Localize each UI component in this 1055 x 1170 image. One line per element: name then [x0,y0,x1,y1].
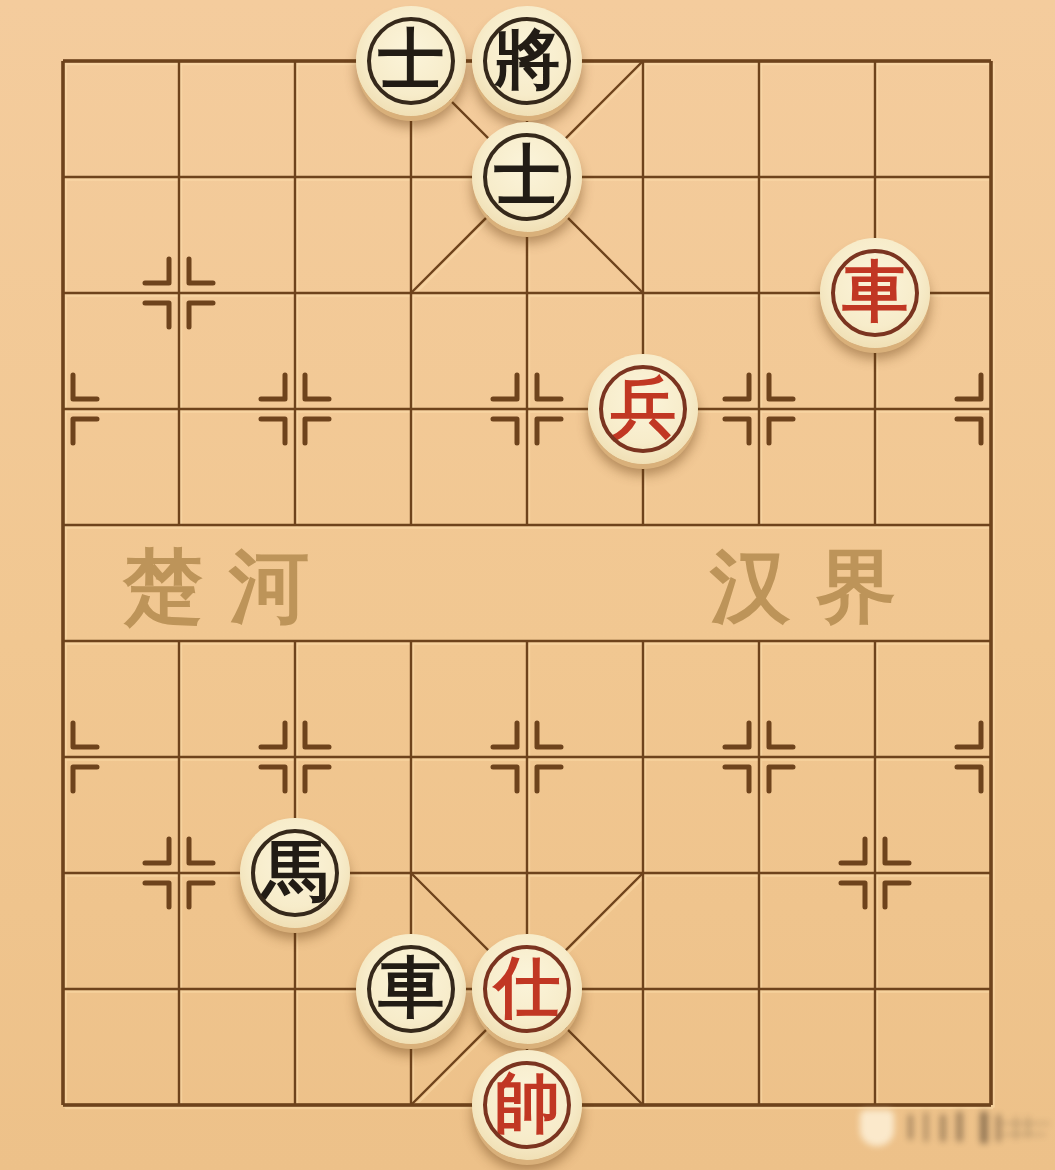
piece-black-horse[interactable]: 馬 [240,818,350,928]
piece-glyph: 將 [494,26,560,97]
piece-glyph: 車 [378,954,444,1025]
piece-glyph: 馬 [262,838,328,909]
piece-red-advisor[interactable]: 仕 [472,934,582,1044]
piece-glyph: 士 [378,26,444,97]
piece-red-general[interactable]: 帥 [472,1050,582,1160]
xiangqi-app: 楚河汉界 士將士車兵馬車仕帥 [0,0,1055,1170]
piece-glyph: 兵 [610,374,676,445]
piece-red-chariot[interactable]: 車 [820,238,930,348]
piece-grid: 士將士車兵馬車仕帥 [5,3,1049,1163]
piece-glyph: 帥 [494,1070,560,1141]
piece-glyph: 士 [494,142,560,213]
piece-black-general[interactable]: 將 [472,6,582,116]
piece-glyph: 車 [842,258,908,329]
piece-black-chariot[interactable]: 車 [356,934,466,1044]
piece-black-advisor-2[interactable]: 士 [472,122,582,232]
piece-glyph: 仕 [494,954,560,1025]
piece-red-soldier[interactable]: 兵 [588,354,698,464]
piece-black-advisor-1[interactable]: 士 [356,6,466,116]
